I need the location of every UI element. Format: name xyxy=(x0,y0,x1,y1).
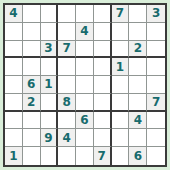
cell-r9c6: 7 xyxy=(94,147,112,165)
cell-r1c2[interactable] xyxy=(23,5,41,23)
cell-r1c7: 7 xyxy=(112,5,130,23)
cell-r7c5: 6 xyxy=(76,112,94,130)
cell-r3c5[interactable] xyxy=(76,41,94,59)
cell-r3c6[interactable] xyxy=(94,41,112,59)
cell-r7c4[interactable] xyxy=(58,112,76,130)
cell-r5c5[interactable] xyxy=(76,76,94,94)
cell-r9c7[interactable] xyxy=(112,147,130,165)
cell-r4c3[interactable] xyxy=(41,58,59,76)
cell-r9c2[interactable] xyxy=(23,147,41,165)
cell-r3c4: 7 xyxy=(58,41,76,59)
cell-r4c8[interactable] xyxy=(129,58,147,76)
cell-r6c4: 8 xyxy=(58,94,76,112)
cell-r9c3[interactable] xyxy=(41,147,59,165)
cell-r2c5: 4 xyxy=(76,23,94,41)
cell-r5c4[interactable] xyxy=(58,76,76,94)
cell-r8c4: 4 xyxy=(58,129,76,147)
cell-r8c9[interactable] xyxy=(147,129,165,147)
cell-r6c7[interactable] xyxy=(112,94,130,112)
cell-r5c9[interactable] xyxy=(147,76,165,94)
cell-r9c4[interactable] xyxy=(58,147,76,165)
cell-r1c5[interactable] xyxy=(76,5,94,23)
cell-r7c3[interactable] xyxy=(41,112,59,130)
cell-r8c5[interactable] xyxy=(76,129,94,147)
cell-r4c2[interactable] xyxy=(23,58,41,76)
cell-r2c9[interactable] xyxy=(147,23,165,41)
cell-r2c2[interactable] xyxy=(23,23,41,41)
cell-r8c2[interactable] xyxy=(23,129,41,147)
cell-r6c1[interactable] xyxy=(5,94,23,112)
cell-r1c4[interactable] xyxy=(58,5,76,23)
cell-r2c4[interactable] xyxy=(58,23,76,41)
cell-r3c1[interactable] xyxy=(5,41,23,59)
cell-r4c7: 1 xyxy=(112,58,130,76)
cell-r5c1[interactable] xyxy=(5,76,23,94)
cell-r2c6[interactable] xyxy=(94,23,112,41)
cell-r9c8: 6 xyxy=(129,147,147,165)
cell-r7c2[interactable] xyxy=(23,112,41,130)
cell-r6c2: 2 xyxy=(23,94,41,112)
cell-r1c9: 3 xyxy=(147,5,165,23)
cell-r5c2: 6 xyxy=(23,76,41,94)
cell-r4c6[interactable] xyxy=(94,58,112,76)
cell-r4c9[interactable] xyxy=(147,58,165,76)
sudoku-page: 47343721612876494176 xyxy=(0,0,170,170)
sudoku-board: 47343721612876494176 xyxy=(3,3,167,167)
cell-r4c4[interactable] xyxy=(58,58,76,76)
cell-r7c9[interactable] xyxy=(147,112,165,130)
cell-r9c9[interactable] xyxy=(147,147,165,165)
cell-r7c8: 4 xyxy=(129,112,147,130)
cell-r5c3: 1 xyxy=(41,76,59,94)
cell-r8c1[interactable] xyxy=(5,129,23,147)
cell-r1c6[interactable] xyxy=(94,5,112,23)
cell-r9c1: 1 xyxy=(5,147,23,165)
cell-r2c7[interactable] xyxy=(112,23,130,41)
cell-r1c3[interactable] xyxy=(41,5,59,23)
cell-r8c6[interactable] xyxy=(94,129,112,147)
cell-r2c3[interactable] xyxy=(41,23,59,41)
cell-r8c8[interactable] xyxy=(129,129,147,147)
cell-r7c7[interactable] xyxy=(112,112,130,130)
cell-r6c3[interactable] xyxy=(41,94,59,112)
cell-r7c1[interactable] xyxy=(5,112,23,130)
cell-r9c5[interactable] xyxy=(76,147,94,165)
cell-r4c1[interactable] xyxy=(5,58,23,76)
cell-r8c3: 9 xyxy=(41,129,59,147)
cell-r4c5[interactable] xyxy=(76,58,94,76)
cell-r1c8[interactable] xyxy=(129,5,147,23)
cell-r5c6[interactable] xyxy=(94,76,112,94)
cell-r8c7[interactable] xyxy=(112,129,130,147)
cell-r3c3: 3 xyxy=(41,41,59,59)
cell-r5c7[interactable] xyxy=(112,76,130,94)
cell-r6c8[interactable] xyxy=(129,94,147,112)
cell-r6c9: 7 xyxy=(147,94,165,112)
cell-r3c8: 2 xyxy=(129,41,147,59)
cell-r6c6[interactable] xyxy=(94,94,112,112)
cell-r3c9[interactable] xyxy=(147,41,165,59)
cell-r6c5[interactable] xyxy=(76,94,94,112)
cell-r3c7[interactable] xyxy=(112,41,130,59)
cell-r7c6[interactable] xyxy=(94,112,112,130)
cell-r3c2[interactable] xyxy=(23,41,41,59)
cell-r1c1: 4 xyxy=(5,5,23,23)
cell-r2c8[interactable] xyxy=(129,23,147,41)
cell-r5c8[interactable] xyxy=(129,76,147,94)
cell-r2c1[interactable] xyxy=(5,23,23,41)
